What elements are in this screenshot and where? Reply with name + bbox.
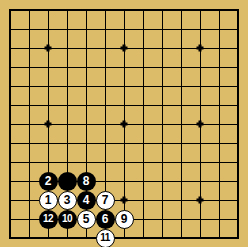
stone-white-5: 5 xyxy=(77,210,96,229)
stone-white-7: 7 xyxy=(96,191,115,210)
stone-black-2: 2 xyxy=(39,172,58,191)
stone-white-1: 1 xyxy=(39,191,58,210)
stone-black-unnumbered xyxy=(58,172,77,191)
stone-black-12: 12 xyxy=(39,210,58,229)
stone-white-3: 3 xyxy=(58,191,77,210)
stone-white-11: 11 xyxy=(96,229,115,247)
stone-white-9: 9 xyxy=(115,210,134,229)
stone-black-8: 8 xyxy=(77,172,96,191)
stone-black-4: 4 xyxy=(77,191,96,210)
stone-black-6: 6 xyxy=(96,210,115,229)
go-board: 281347121056911 xyxy=(0,0,247,247)
stone-black-10: 10 xyxy=(58,210,77,229)
stones-grid: 281347121056911 xyxy=(1,1,248,247)
